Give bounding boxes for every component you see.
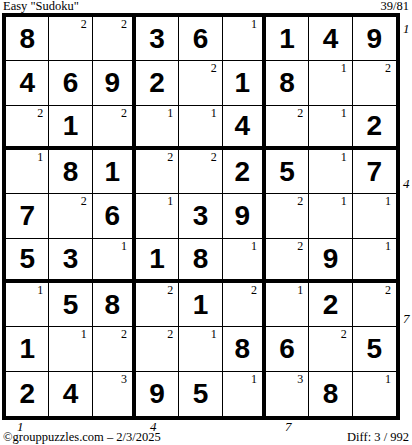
cell-r8-c7[interactable]: 6 — [266, 327, 309, 371]
pencil-mark: 1 — [341, 151, 347, 163]
pencil-mark: 1 — [167, 195, 173, 207]
cell-r7-c4[interactable]: 2 — [136, 283, 179, 327]
cell-r1-c5[interactable]: 6 — [179, 17, 222, 61]
cell-r1-c1[interactable]: 8 — [6, 17, 49, 61]
digit: 5 — [19, 244, 35, 273]
cell-r1-c2[interactable]: 2 — [49, 17, 92, 61]
pencil-mark: 2 — [297, 195, 303, 207]
cell-r3-c4[interactable]: 1 — [136, 106, 179, 150]
cell-r6-c4[interactable]: 1 — [136, 239, 179, 283]
puzzle-title: Easy "Sudoku" — [3, 0, 79, 13]
cell-r4-c7[interactable]: 5 — [266, 150, 309, 194]
cell-r7-c9[interactable]: 2 — [353, 283, 396, 327]
pencil-mark: 1 — [167, 107, 173, 119]
progress-counter: 39/81 — [381, 0, 409, 13]
digit: 7 — [19, 201, 35, 230]
pencil-mark: 1 — [385, 373, 391, 385]
cell-r6-c7[interactable]: 2 — [266, 239, 309, 283]
digit: 9 — [235, 201, 251, 230]
pencil-mark: 1 — [251, 18, 257, 30]
digit: 6 — [105, 201, 121, 230]
cell-r3-c9[interactable]: 2 — [353, 106, 396, 150]
cell-r8-c5[interactable]: 1 — [179, 327, 222, 371]
cell-r8-c1[interactable]: 1 — [6, 327, 49, 371]
cell-r4-c1[interactable]: 1 — [6, 150, 49, 194]
digit: 5 — [367, 334, 383, 363]
digit: 5 — [63, 290, 79, 319]
cell-r7-c5[interactable]: 1 — [179, 283, 222, 327]
digit: 1 — [149, 244, 165, 273]
cell-r7-c3[interactable]: 8 — [93, 283, 136, 327]
cell-r1-c9[interactable]: 9 — [353, 17, 396, 61]
digit: 8 — [193, 244, 209, 273]
cell-r3-c5[interactable]: 1 — [179, 106, 222, 150]
pencil-mark: 1 — [251, 240, 257, 252]
pencil-mark: 1 — [341, 195, 347, 207]
digit: 9 — [149, 379, 165, 408]
cell-r3-c1[interactable]: 2 — [6, 106, 49, 150]
cell-r2-c9[interactable]: 2 — [353, 61, 396, 105]
pencil-mark: 2 — [167, 151, 173, 163]
digit: 8 — [63, 157, 79, 186]
digit: 4 — [63, 379, 79, 408]
pencil-mark: 2 — [121, 107, 127, 119]
digit: 6 — [193, 24, 209, 53]
pencil-mark: 1 — [81, 328, 87, 340]
cell-r1-c4[interactable]: 3 — [136, 17, 179, 61]
digit: 5 — [193, 379, 209, 408]
cell-r9-c4[interactable]: 9 — [136, 372, 179, 416]
digit: 4 — [323, 24, 339, 53]
cell-r5-c6[interactable]: 9 — [223, 194, 266, 238]
cell-r8-c3[interactable]: 2 — [93, 327, 136, 371]
digit: 2 — [19, 379, 35, 408]
cell-r5-c4[interactable]: 1 — [136, 194, 179, 238]
digit: 1 — [235, 68, 251, 97]
cell-r3-c7[interactable]: 2 — [266, 106, 309, 150]
pencil-mark: 1 — [385, 195, 391, 207]
cell-r7-c7[interactable]: 1 — [266, 283, 309, 327]
pencil-mark: 2 — [297, 107, 303, 119]
pencil-mark: 2 — [251, 284, 257, 296]
pencil-mark: 1 — [37, 284, 43, 296]
cell-r2-c2[interactable]: 6 — [49, 61, 92, 105]
footer: ©grouppuzzles.com – 2/3/2025 Diff: 3 / 9… — [3, 430, 409, 444]
digit: 8 — [19, 24, 35, 53]
cell-r6-c8[interactable]: 9 — [309, 239, 352, 283]
cell-r4-c8[interactable]: 1 — [309, 150, 352, 194]
cell-r8-c4[interactable]: 2 — [136, 327, 179, 371]
cell-r9-c6[interactable]: 1 — [223, 372, 266, 416]
cell-r5-c5[interactable]: 3 — [179, 194, 222, 238]
pencil-mark: 3 — [297, 373, 303, 385]
digit: 6 — [63, 68, 79, 97]
cell-r9-c5[interactable]: 5 — [179, 372, 222, 416]
cell-r8-c9[interactable]: 5 — [353, 327, 396, 371]
pencil-mark: 2 — [37, 107, 43, 119]
digit: 3 — [149, 24, 165, 53]
pencil-mark: 2 — [385, 62, 391, 74]
digit: 3 — [63, 244, 79, 273]
pencil-mark: 3 — [121, 373, 127, 385]
pencil-mark: 2 — [81, 18, 87, 30]
pencil-mark: 1 — [37, 151, 43, 163]
digit: 1 — [63, 111, 79, 140]
cell-r2-c5[interactable]: 2 — [179, 61, 222, 105]
pencil-mark: 2 — [341, 328, 347, 340]
pencil-mark: 1 — [211, 328, 217, 340]
pencil-mark: 2 — [211, 62, 217, 74]
cell-r5-c8[interactable]: 1 — [309, 194, 352, 238]
digit: 9 — [367, 24, 383, 53]
cell-r9-c8[interactable]: 8 — [309, 372, 352, 416]
cell-r1-c3[interactable]: 2 — [93, 17, 136, 61]
cell-r5-c9[interactable]: 1 — [353, 194, 396, 238]
pencil-mark: 2 — [167, 328, 173, 340]
sudoku-board[interactable]: 8223611494692218122121142121812225177261… — [2, 13, 400, 420]
pencil-mark: 2 — [211, 151, 217, 163]
digit: 1 — [19, 334, 35, 363]
cell-r9-c9[interactable]: 1 — [353, 372, 396, 416]
pencil-mark: 2 — [121, 328, 127, 340]
row-label-1: 1 — [403, 22, 412, 36]
pencil-mark: 2 — [81, 195, 87, 207]
cell-r9-c7[interactable]: 3 — [266, 372, 309, 416]
digit: 1 — [193, 290, 209, 319]
cell-r4-c2[interactable]: 8 — [49, 150, 92, 194]
pencil-mark: 1 — [341, 107, 347, 119]
cell-r5-c2[interactable]: 2 — [49, 194, 92, 238]
sudoku-page: Easy "Sudoku" 39/81 82236114946922181221… — [0, 0, 412, 445]
pencil-mark: 1 — [297, 284, 303, 296]
digit: 9 — [323, 244, 339, 273]
pencil-mark: 1 — [251, 373, 257, 385]
cell-r3-c2[interactable]: 1 — [49, 106, 92, 150]
header: Easy "Sudoku" 39/81 — [3, 0, 409, 14]
digit: 5 — [279, 157, 295, 186]
cell-r3-c3[interactable]: 2 — [93, 106, 136, 150]
digit: 8 — [279, 68, 295, 97]
digit: 1 — [105, 157, 121, 186]
digit: 4 — [235, 111, 251, 140]
cell-r7-c1[interactable]: 1 — [6, 283, 49, 327]
cell-r4-c6[interactable]: 2 — [223, 150, 266, 194]
cell-r8-c6[interactable]: 8 — [223, 327, 266, 371]
pencil-mark: 1 — [211, 107, 217, 119]
cell-r4-c9[interactable]: 7 — [353, 150, 396, 194]
cell-r9-c1[interactable]: 2 — [6, 372, 49, 416]
cell-r3-c6[interactable]: 4 — [223, 106, 266, 150]
cell-r6-c5[interactable]: 8 — [179, 239, 222, 283]
cell-r3-c8[interactable]: 1 — [309, 106, 352, 150]
cell-r5-c3[interactable]: 6 — [93, 194, 136, 238]
cell-r2-c1[interactable]: 4 — [6, 61, 49, 105]
cell-r6-c3[interactable]: 1 — [93, 239, 136, 283]
cell-r1-c8[interactable]: 4 — [309, 17, 352, 61]
cell-r2-c4[interactable]: 2 — [136, 61, 179, 105]
digit: 2 — [235, 157, 251, 186]
cell-r7-c2[interactable]: 5 — [49, 283, 92, 327]
cell-r1-c7[interactable]: 1 — [266, 17, 309, 61]
pencil-mark: 2 — [167, 284, 173, 296]
cell-r4-c3[interactable]: 1 — [93, 150, 136, 194]
cell-r4-c5[interactable]: 2 — [179, 150, 222, 194]
cell-r2-c7[interactable]: 8 — [266, 61, 309, 105]
cell-r2-c6[interactable]: 1 — [223, 61, 266, 105]
digit: 8 — [235, 334, 251, 363]
digit: 4 — [19, 68, 35, 97]
digit: 2 — [323, 290, 339, 319]
cell-r9-c2[interactable]: 4 — [49, 372, 92, 416]
digit: 8 — [105, 290, 121, 319]
digit: 7 — [367, 157, 383, 186]
cell-r5-c7[interactable]: 2 — [266, 194, 309, 238]
digit: 2 — [367, 111, 383, 140]
cell-r8-c2[interactable]: 1 — [49, 327, 92, 371]
row-label-7: 7 — [403, 312, 412, 326]
copyright-credit: ©grouppuzzles.com – 2/3/2025 — [3, 431, 161, 444]
pencil-mark: 1 — [385, 240, 391, 252]
cell-r9-c3[interactable]: 3 — [93, 372, 136, 416]
difficulty-rating: Diff: 3 / 992 — [347, 431, 409, 444]
pencil-mark: 2 — [385, 284, 391, 296]
cell-r6-c2[interactable]: 3 — [49, 239, 92, 283]
cell-r1-c6[interactable]: 1 — [223, 17, 266, 61]
digit: 6 — [279, 334, 295, 363]
cell-r2-c3[interactable]: 9 — [93, 61, 136, 105]
cell-r6-c9[interactable]: 1 — [353, 239, 396, 283]
cell-r8-c8[interactable]: 2 — [309, 327, 352, 371]
cell-r4-c4[interactable]: 2 — [136, 150, 179, 194]
cell-r7-c6[interactable]: 2 — [223, 283, 266, 327]
digit: 1 — [279, 24, 295, 53]
cell-r6-c1[interactable]: 5 — [6, 239, 49, 283]
pencil-mark: 1 — [341, 62, 347, 74]
cell-r5-c1[interactable]: 7 — [6, 194, 49, 238]
row-label-4: 4 — [403, 177, 412, 191]
pencil-mark: 2 — [121, 18, 127, 30]
pencil-mark: 2 — [297, 240, 303, 252]
cell-r7-c8[interactable]: 2 — [309, 283, 352, 327]
cell-r2-c8[interactable]: 1 — [309, 61, 352, 105]
digit: 3 — [193, 201, 209, 230]
digit: 8 — [323, 379, 339, 408]
digit: 9 — [105, 68, 121, 97]
cell-r6-c6[interactable]: 1 — [223, 239, 266, 283]
pencil-mark: 1 — [121, 240, 127, 252]
digit: 2 — [149, 68, 165, 97]
